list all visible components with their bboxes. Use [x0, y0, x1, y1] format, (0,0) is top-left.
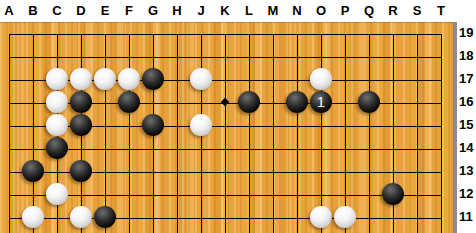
black-stone-Q16[interactable]	[358, 91, 380, 113]
white-stone-C17[interactable]	[46, 68, 68, 90]
row-label-18: 18	[459, 48, 475, 64]
white-stone-C16[interactable]	[46, 91, 68, 113]
black-stone-D15[interactable]	[70, 114, 92, 136]
black-stone-O16[interactable]: 1	[310, 91, 332, 113]
row-labels: 191817161514131211	[457, 22, 476, 233]
white-stone-D11[interactable]	[70, 206, 92, 228]
black-stone-D16[interactable]	[70, 91, 92, 113]
white-stone-C12[interactable]	[46, 183, 68, 205]
white-stone-B11[interactable]	[22, 206, 44, 228]
column-label-S: S	[407, 2, 427, 19]
column-label-N: N	[287, 2, 307, 19]
black-stone-R12[interactable]	[382, 183, 404, 205]
black-stone-G15[interactable]	[142, 114, 164, 136]
white-stone-P11[interactable]	[334, 206, 356, 228]
column-label-C: C	[47, 2, 67, 19]
column-label-R: R	[383, 2, 403, 19]
column-label-B: B	[23, 2, 43, 19]
column-label-P: P	[335, 2, 355, 19]
column-label-A: A	[0, 2, 19, 19]
column-label-E: E	[95, 2, 115, 19]
star-point-K16	[221, 98, 229, 106]
column-label-L: L	[239, 2, 259, 19]
white-stone-O11[interactable]	[310, 206, 332, 228]
column-label-H: H	[167, 2, 187, 19]
black-stone-D13[interactable]	[70, 160, 92, 182]
row-label-12: 12	[459, 186, 475, 202]
column-label-J: J	[191, 2, 211, 19]
row-label-17: 17	[459, 71, 475, 87]
column-label-O: O	[311, 2, 331, 19]
black-stone-N16[interactable]	[286, 91, 308, 113]
black-stone-G17[interactable]	[142, 68, 164, 90]
move-number-label: 1	[310, 91, 332, 113]
black-stone-F16[interactable]	[118, 91, 140, 113]
go-board-viewer: ABCDEFGHJKLMNOPQRST 1 191817161514131211	[0, 0, 476, 233]
black-stone-B13[interactable]	[22, 160, 44, 182]
white-stone-F17[interactable]	[118, 68, 140, 90]
black-stone-E11[interactable]	[94, 206, 116, 228]
row-label-15: 15	[459, 117, 475, 133]
column-label-D: D	[71, 2, 91, 19]
column-label-G: G	[143, 2, 163, 19]
row-label-14: 14	[459, 140, 475, 156]
white-stone-E17[interactable]	[94, 68, 116, 90]
white-stone-O17[interactable]	[310, 68, 332, 90]
column-labels: ABCDEFGHJKLMNOPQRST	[0, 0, 476, 22]
row-label-16: 16	[459, 94, 475, 110]
black-stone-C14[interactable]	[46, 137, 68, 159]
column-label-M: M	[263, 2, 283, 19]
white-stone-D17[interactable]	[70, 68, 92, 90]
column-label-Q: Q	[359, 2, 379, 19]
black-stone-L16[interactable]	[238, 91, 260, 113]
white-stone-J15[interactable]	[190, 114, 212, 136]
row-label-19: 19	[459, 25, 475, 41]
white-stone-J17[interactable]	[190, 68, 212, 90]
white-stone-C15[interactable]	[46, 114, 68, 136]
row-label-11: 11	[459, 209, 475, 225]
row-label-13: 13	[459, 163, 475, 179]
stones-layer: 1	[0, 22, 453, 229]
column-label-T: T	[431, 2, 451, 19]
column-label-K: K	[215, 2, 235, 19]
column-label-F: F	[119, 2, 139, 19]
